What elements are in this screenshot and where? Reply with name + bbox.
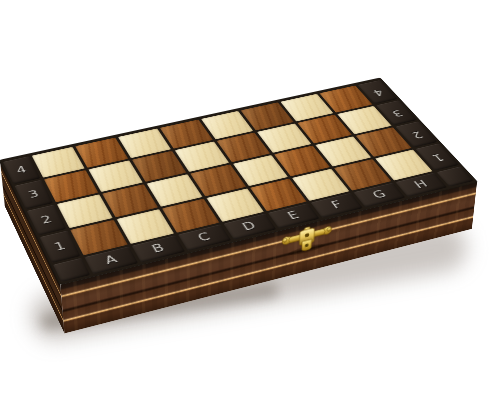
square-a2 — [57, 194, 113, 228]
file-label-e-label: E — [286, 210, 301, 221]
square-a3 — [44, 170, 98, 202]
rank-label-left-2-label: 2 — [39, 214, 53, 225]
file-label-a-label: A — [103, 254, 119, 266]
square-d1 — [206, 189, 263, 222]
rank-label-right-2-label: 2 — [409, 130, 424, 139]
rank-label-right-4-label: 4 — [370, 88, 384, 96]
square-a4 — [32, 147, 85, 178]
square-c2 — [146, 174, 202, 207]
file-label-b-label: B — [150, 243, 166, 255]
product-photo-scene: 44332211ABCDEFGH — [0, 0, 500, 400]
rank-label-left-1-label: 1 — [53, 241, 67, 252]
rank-label-left-3-label: 3 — [27, 189, 41, 199]
square-b1 — [116, 209, 173, 244]
rank-label-right-1-label: 1 — [429, 152, 444, 162]
square-a1 — [70, 220, 127, 256]
file-label-g-label: G — [371, 189, 389, 200]
square-e1 — [250, 178, 307, 211]
file-label-c-label: C — [196, 232, 212, 244]
square-b2 — [102, 184, 158, 217]
rank-label-right-3-label: 3 — [389, 108, 404, 117]
file-label-d-label: D — [241, 221, 258, 233]
file-label-h-label: H — [413, 179, 430, 190]
square-f1 — [292, 169, 349, 201]
square-c1 — [162, 199, 219, 233]
file-label-f-label: F — [330, 200, 345, 210]
rank-label-left-4-label: 4 — [15, 165, 28, 175]
